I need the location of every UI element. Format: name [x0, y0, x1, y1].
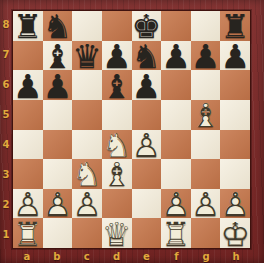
square-c7[interactable]: ♛: [72, 41, 102, 71]
black-rook-icon: ♜: [13, 10, 43, 43]
piece-white-pawn[interactable]: ♟♙: [161, 189, 191, 219]
square-d2[interactable]: [102, 189, 132, 219]
piece-black-rook[interactable]: ♜: [220, 11, 250, 41]
rank-label: 5: [0, 100, 12, 130]
square-h3[interactable]: [220, 159, 250, 189]
chess-board[interactable]: ♜♞♚♜♝♛♟♞♟♟♟♟♟♝♟♝♗♞♘♟♙♞♘♝♗♟♙♟♙♟♙♟♙♟♙♟♙♜♖♛…: [12, 10, 251, 249]
white-pawn-fill-icon: ♟: [132, 129, 162, 162]
piece-white-pawn[interactable]: ♟♙: [43, 189, 73, 219]
rank-label: 8: [0, 10, 12, 40]
square-a2[interactable]: ♟♙: [13, 189, 43, 219]
square-h2[interactable]: ♟♙: [220, 189, 250, 219]
square-d4[interactable]: ♞♘: [102, 130, 132, 160]
white-queen-fill-icon: ♛: [102, 218, 132, 251]
square-f3[interactable]: [161, 159, 191, 189]
rank-label: 2: [0, 189, 12, 219]
rank-label: 6: [0, 70, 12, 100]
piece-black-pawn[interactable]: ♟: [132, 70, 162, 100]
square-a8[interactable]: ♜: [13, 11, 43, 41]
black-king-icon: ♚: [132, 10, 162, 43]
square-h1[interactable]: ♚♔: [220, 218, 250, 248]
square-h5[interactable]: [220, 100, 250, 130]
black-pawn-icon: ♟: [132, 70, 162, 103]
square-a6[interactable]: ♟: [13, 70, 43, 100]
square-b4[interactable]: [43, 130, 73, 160]
black-knight-icon: ♞: [132, 40, 162, 73]
square-g1[interactable]: [191, 218, 221, 248]
white-bishop-icon: ♗: [191, 99, 221, 132]
piece-white-knight[interactable]: ♞♘: [102, 130, 132, 160]
square-e1[interactable]: [132, 218, 162, 248]
black-queen-icon: ♛: [72, 40, 102, 73]
black-pawn-icon: ♟: [102, 40, 132, 73]
square-c2[interactable]: ♟♙: [72, 189, 102, 219]
piece-black-knight[interactable]: ♞: [132, 41, 162, 71]
black-bishop-icon: ♝: [43, 40, 73, 73]
piece-white-queen[interactable]: ♛♕: [102, 218, 132, 248]
white-king-icon: ♔: [220, 218, 250, 251]
white-knight-fill-icon: ♞: [72, 158, 102, 191]
square-b2[interactable]: ♟♙: [43, 189, 73, 219]
piece-white-pawn[interactable]: ♟♙: [220, 189, 250, 219]
black-bishop-icon: ♝: [102, 70, 132, 103]
piece-black-pawn[interactable]: ♟: [161, 41, 191, 71]
white-pawn-fill-icon: ♟: [43, 188, 73, 221]
piece-white-pawn[interactable]: ♟♙: [72, 189, 102, 219]
piece-white-knight[interactable]: ♞♘: [72, 159, 102, 189]
file-label: c: [72, 249, 102, 263]
square-c8[interactable]: [72, 11, 102, 41]
square-c6[interactable]: [72, 70, 102, 100]
piece-black-pawn[interactable]: ♟: [43, 70, 73, 100]
piece-white-pawn[interactable]: ♟♙: [13, 189, 43, 219]
square-b6[interactable]: ♟: [43, 70, 73, 100]
piece-black-bishop[interactable]: ♝: [102, 70, 132, 100]
rank-label: 3: [0, 159, 12, 189]
square-a1[interactable]: ♜♖: [13, 218, 43, 248]
square-a7[interactable]: [13, 41, 43, 71]
square-g7[interactable]: ♟: [191, 41, 221, 71]
black-rook-icon: ♜: [220, 10, 250, 43]
piece-white-bishop[interactable]: ♝♗: [191, 100, 221, 130]
square-h7[interactable]: ♟: [220, 41, 250, 71]
square-h6[interactable]: [220, 70, 250, 100]
square-a4[interactable]: [13, 130, 43, 160]
piece-white-rook[interactable]: ♜♖: [13, 218, 43, 248]
white-rook-fill-icon: ♜: [161, 218, 191, 251]
black-pawn-icon: ♟: [191, 40, 221, 73]
white-king-fill-icon: ♚: [220, 218, 250, 251]
piece-white-bishop[interactable]: ♝♗: [102, 159, 132, 189]
white-pawn-icon: ♙: [13, 188, 43, 221]
piece-black-pawn[interactable]: ♟: [102, 41, 132, 71]
white-pawn-icon: ♙: [161, 188, 191, 221]
square-f5[interactable]: [161, 100, 191, 130]
square-e4[interactable]: ♟♙: [132, 130, 162, 160]
square-g2[interactable]: ♟♙: [191, 189, 221, 219]
white-rook-icon: ♖: [161, 218, 191, 251]
square-a5[interactable]: [13, 100, 43, 130]
rank-labels: 87654321: [0, 10, 12, 249]
square-c5[interactable]: [72, 100, 102, 130]
white-rook-icon: ♖: [13, 218, 43, 251]
square-e6[interactable]: ♟: [132, 70, 162, 100]
piece-white-pawn[interactable]: ♟♙: [191, 189, 221, 219]
white-knight-icon: ♘: [102, 129, 132, 162]
square-f2[interactable]: ♟♙: [161, 189, 191, 219]
white-bishop-fill-icon: ♝: [102, 158, 132, 191]
piece-black-king[interactable]: ♚: [132, 11, 162, 41]
white-bishop-fill-icon: ♝: [191, 99, 221, 132]
square-g6[interactable]: [191, 70, 221, 100]
square-g4[interactable]: [191, 130, 221, 160]
file-label: h: [221, 249, 251, 263]
square-d1[interactable]: ♛♕: [102, 218, 132, 248]
white-pawn-fill-icon: ♟: [13, 188, 43, 221]
white-pawn-icon: ♙: [43, 188, 73, 221]
white-knight-icon: ♘: [72, 158, 102, 191]
piece-black-pawn[interactable]: ♟: [191, 41, 221, 71]
square-f8[interactable]: [161, 11, 191, 41]
square-b1[interactable]: [43, 218, 73, 248]
square-c4[interactable]: [72, 130, 102, 160]
square-e5[interactable]: [132, 100, 162, 130]
white-pawn-icon: ♙: [132, 129, 162, 162]
black-pawn-icon: ♟: [161, 40, 191, 73]
square-g5[interactable]: ♝♗: [191, 100, 221, 130]
square-d7[interactable]: ♟: [102, 41, 132, 71]
square-b5[interactable]: [43, 100, 73, 130]
white-queen-icon: ♕: [102, 218, 132, 251]
square-f1[interactable]: ♜♖: [161, 218, 191, 248]
file-label: g: [191, 249, 221, 263]
file-label: f: [161, 249, 191, 263]
chess-board-frame: 87654321 ♜♞♚♜♝♛♟♞♟♟♟♟♟♝♟♝♗♞♘♟♙♞♘♝♗♟♙♟♙♟♙…: [0, 0, 264, 263]
black-pawn-icon: ♟: [13, 70, 43, 103]
white-pawn-fill-icon: ♟: [191, 188, 221, 221]
piece-white-pawn[interactable]: ♟♙: [132, 130, 162, 160]
black-pawn-icon: ♟: [43, 70, 73, 103]
square-d8[interactable]: [102, 11, 132, 41]
square-c3[interactable]: ♞♘: [72, 159, 102, 189]
file-labels: abcdefgh: [12, 249, 251, 263]
piece-black-rook[interactable]: ♜: [13, 11, 43, 41]
square-h4[interactable]: [220, 130, 250, 160]
white-pawn-icon: ♙: [72, 188, 102, 221]
rank-label: 7: [0, 40, 12, 70]
square-e7[interactable]: ♞: [132, 41, 162, 71]
file-label: e: [132, 249, 162, 263]
square-f4[interactable]: [161, 130, 191, 160]
white-bishop-icon: ♗: [102, 158, 132, 191]
white-pawn-icon: ♙: [220, 188, 250, 221]
square-b8[interactable]: ♞: [43, 11, 73, 41]
square-e3[interactable]: [132, 159, 162, 189]
square-d5[interactable]: [102, 100, 132, 130]
square-g3[interactable]: [191, 159, 221, 189]
file-label: b: [42, 249, 72, 263]
piece-black-pawn[interactable]: ♟: [220, 41, 250, 71]
white-pawn-fill-icon: ♟: [161, 188, 191, 221]
black-knight-icon: ♞: [43, 10, 73, 43]
white-knight-fill-icon: ♞: [102, 129, 132, 162]
rank-label: 4: [0, 130, 12, 160]
square-a3[interactable]: [13, 159, 43, 189]
white-rook-fill-icon: ♜: [13, 218, 43, 251]
file-label: d: [102, 249, 132, 263]
black-pawn-icon: ♟: [220, 40, 250, 73]
piece-black-bishop[interactable]: ♝: [43, 41, 73, 71]
white-pawn-fill-icon: ♟: [72, 188, 102, 221]
piece-black-pawn[interactable]: ♟: [13, 70, 43, 100]
square-d3[interactable]: ♝♗: [102, 159, 132, 189]
rank-label: 1: [0, 219, 12, 249]
square-f6[interactable]: [161, 70, 191, 100]
square-c1[interactable]: [72, 218, 102, 248]
square-e2[interactable]: [132, 189, 162, 219]
square-g8[interactable]: [191, 11, 221, 41]
piece-black-knight[interactable]: ♞: [43, 11, 73, 41]
piece-white-rook[interactable]: ♜♖: [161, 218, 191, 248]
square-d6[interactable]: ♝: [102, 70, 132, 100]
file-label: a: [12, 249, 42, 263]
square-h8[interactable]: ♜: [220, 11, 250, 41]
square-b3[interactable]: [43, 159, 73, 189]
piece-white-king[interactable]: ♚♔: [220, 218, 250, 248]
white-pawn-icon: ♙: [191, 188, 221, 221]
piece-black-queen[interactable]: ♛: [72, 41, 102, 71]
white-pawn-fill-icon: ♟: [220, 188, 250, 221]
square-f7[interactable]: ♟: [161, 41, 191, 71]
square-e8[interactable]: ♚: [132, 11, 162, 41]
square-b7[interactable]: ♝: [43, 41, 73, 71]
